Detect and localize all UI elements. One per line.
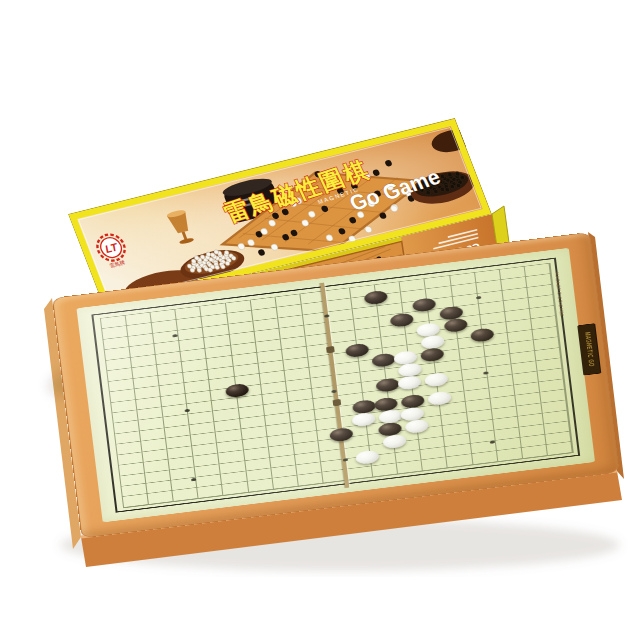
stones-layer <box>86 256 584 513</box>
white-stone <box>428 391 452 406</box>
product-photo: MAGNETIC GO MAGNETIC GO GAME <box>0 0 640 640</box>
black-stone <box>443 318 467 333</box>
black-stone <box>372 353 396 368</box>
white-stone <box>405 419 429 434</box>
brand-plaque-label: MAGNETIC GO <box>584 332 595 367</box>
star-point <box>343 458 348 461</box>
white-stone <box>355 450 379 465</box>
white-stone <box>352 412 376 427</box>
white-stone <box>379 409 403 424</box>
star-point <box>324 314 329 317</box>
black-stone <box>412 297 436 312</box>
black-stone <box>421 347 445 362</box>
black-stone <box>345 343 369 358</box>
black-stone <box>364 290 388 305</box>
white-stone <box>398 375 422 390</box>
go-board-scene: MAGNETIC GO MAGNETIC GO GAME <box>50 265 590 640</box>
star-point <box>173 334 178 337</box>
black-stone <box>329 427 353 442</box>
star-point <box>489 440 494 443</box>
star-point <box>191 478 196 481</box>
star-point <box>483 371 488 374</box>
black-stone <box>390 313 414 328</box>
white-stone <box>425 372 449 387</box>
black-stone <box>470 328 494 343</box>
star-point <box>476 296 481 299</box>
white-stone <box>383 434 407 449</box>
black-stone <box>225 383 249 398</box>
go-board: MAGNETIC GO MAGNETIC GO GAME <box>52 232 619 538</box>
star-point <box>331 390 336 393</box>
star-point <box>185 409 190 412</box>
black-stone <box>376 378 400 393</box>
white-stone <box>421 334 445 349</box>
